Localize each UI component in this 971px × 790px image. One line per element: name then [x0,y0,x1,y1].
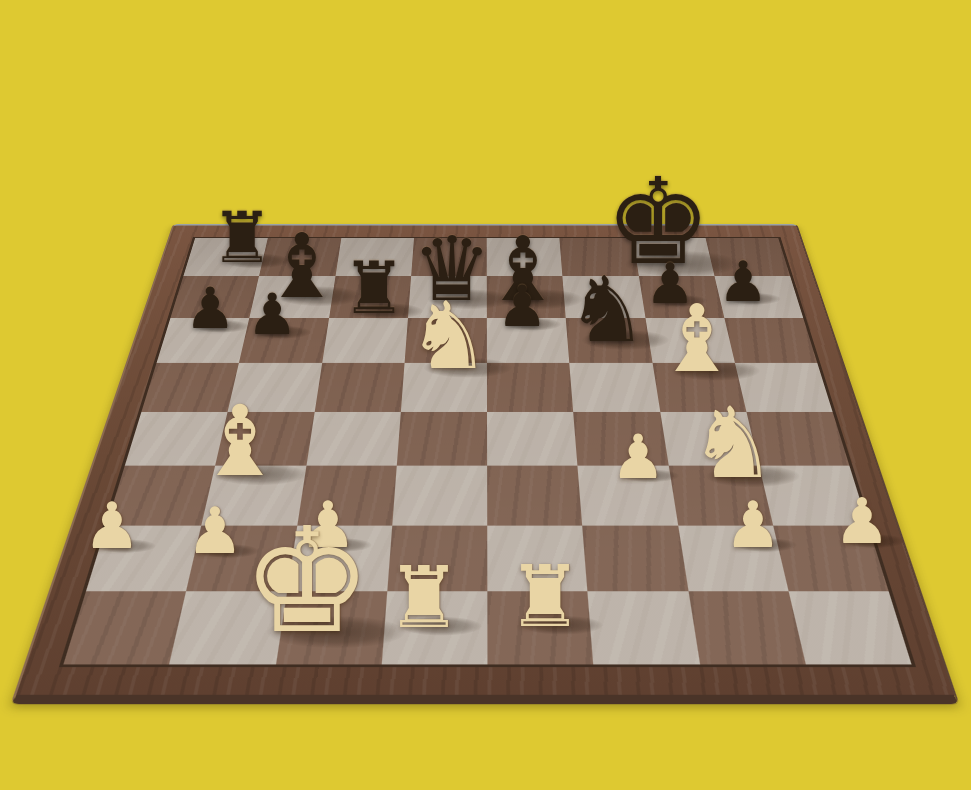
square-f2[interactable] [582,525,688,591]
piece-white-bishop-g6[interactable]: ♝ [655,293,738,386]
square-e4[interactable] [487,412,578,466]
piece-black-pawn-b6[interactable]: ♟ [246,286,297,343]
square-c4[interactable] [306,412,401,466]
square-d4[interactable] [397,412,488,466]
piece-white-king-c1[interactable]: ♚ [242,508,372,653]
piece-white-rook-e1[interactable]: ♜ [507,554,583,639]
piece-white-pawn-a2[interactable]: ♟ [83,494,140,558]
piece-white-knight-d5[interactable]: ♞ [407,290,490,383]
piece-white-knight-g3[interactable]: ♞ [689,394,777,492]
app-background: { "game": "chess", "scene": "3d-perspect… [0,0,971,790]
square-e3[interactable] [487,466,582,525]
square-d3[interactable] [392,466,487,525]
square-c5[interactable] [314,363,404,412]
square-a1[interactable] [63,591,186,664]
piece-black-pawn-e6[interactable]: ♟ [496,278,547,335]
piece-white-pawn-g2[interactable]: ♟ [724,493,781,557]
square-g1[interactable] [688,591,806,664]
square-e5[interactable] [487,363,573,412]
piece-black-knight-f6[interactable]: ♞ [566,264,648,355]
square-f1[interactable] [588,591,700,664]
piece-white-bishop-b4[interactable]: ♝ [196,392,284,490]
piece-black-pawn-a6[interactable]: ♟ [184,280,235,337]
piece-white-pawn-b2[interactable]: ♟ [186,499,243,563]
piece-white-pawn-h2[interactable]: ♟ [834,490,890,553]
piece-white-rook-d1[interactable]: ♜ [386,555,462,640]
piece-white-pawn-f3[interactable]: ♟ [611,426,666,487]
square-h1[interactable] [788,591,911,664]
square-f5[interactable] [569,363,659,412]
chess-app-viewport: ♜♚♝♛♝♟♟♜♟♟♟♞♞♝♝♞♟♟♟♟♟♟♜♜♚ [0,0,971,790]
piece-black-rook-c7[interactable]: ♜ [342,252,407,324]
